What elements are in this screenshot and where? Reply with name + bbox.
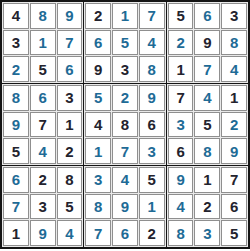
sudoku-cell-r4c1-filled[interactable]: 8 bbox=[3, 85, 29, 111]
sudoku-cell-r2c6-filled[interactable]: 4 bbox=[139, 30, 165, 56]
sudoku-cell-r6c4-filled[interactable]: 1 bbox=[85, 138, 111, 164]
sudoku-cell-r3c5-given[interactable]: 3 bbox=[112, 56, 138, 82]
sudoku-box-4: 863971542 bbox=[2, 84, 83, 165]
sudoku-cell-r2c1-given[interactable]: 3 bbox=[3, 30, 29, 56]
sudoku-box-2: 217654938 bbox=[84, 2, 165, 83]
sudoku-cell-r9c8-filled[interactable]: 3 bbox=[194, 220, 220, 246]
sudoku-cell-r4c5-filled[interactable]: 2 bbox=[112, 85, 138, 111]
sudoku-cell-r2c5-filled[interactable]: 5 bbox=[112, 30, 138, 56]
sudoku-cell-r3c1-filled[interactable]: 2 bbox=[3, 56, 29, 82]
sudoku-cell-r4c6-filled[interactable]: 9 bbox=[139, 85, 165, 111]
sudoku-cell-r9c2-filled[interactable]: 9 bbox=[30, 220, 56, 246]
sudoku-cell-r5c8-given[interactable]: 5 bbox=[194, 112, 220, 138]
sudoku-cell-r1c4-given[interactable]: 2 bbox=[85, 3, 111, 29]
sudoku-cell-r6c9-filled[interactable]: 9 bbox=[221, 138, 247, 164]
sudoku-cell-r1c7-given[interactable]: 5 bbox=[168, 3, 194, 29]
sudoku-cell-r7c6-given[interactable]: 5 bbox=[139, 167, 165, 193]
sudoku-cell-r6c5-filled[interactable]: 7 bbox=[112, 138, 138, 164]
sudoku-cell-r8c2-given[interactable]: 3 bbox=[30, 194, 56, 220]
sudoku-cell-r6c8-filled[interactable]: 8 bbox=[194, 138, 220, 164]
sudoku-cell-r1c8-filled[interactable]: 6 bbox=[194, 3, 220, 29]
sudoku-cell-r5c1-filled[interactable]: 9 bbox=[3, 112, 29, 138]
sudoku-cell-r3c8-filled[interactable]: 7 bbox=[194, 56, 220, 82]
sudoku-cell-r2c4-filled[interactable]: 6 bbox=[85, 30, 111, 56]
sudoku-box-5: 529486173 bbox=[84, 84, 165, 165]
sudoku-cell-r9c6-given[interactable]: 2 bbox=[139, 220, 165, 246]
sudoku-cell-r7c4-filled[interactable]: 3 bbox=[85, 167, 111, 193]
sudoku-cell-r8c4-filled[interactable]: 8 bbox=[85, 194, 111, 220]
sudoku-cell-r4c2-filled[interactable]: 6 bbox=[30, 85, 56, 111]
sudoku-cell-r9c9-given[interactable]: 5 bbox=[221, 220, 247, 246]
sudoku-cell-r2c8-given[interactable]: 9 bbox=[194, 30, 220, 56]
sudoku-cell-r5c5-given[interactable]: 8 bbox=[112, 112, 138, 138]
sudoku-cell-r4c7-given[interactable]: 7 bbox=[168, 85, 194, 111]
sudoku-cell-r5c9-filled[interactable]: 2 bbox=[221, 112, 247, 138]
sudoku-cell-r1c1-given[interactable]: 4 bbox=[3, 3, 29, 29]
sudoku-cell-r8c9-given[interactable]: 6 bbox=[221, 194, 247, 220]
sudoku-board: 489317256 217654938 563298174 863971542 … bbox=[0, 0, 250, 249]
sudoku-cell-r5c4-given[interactable]: 4 bbox=[85, 112, 111, 138]
sudoku-cell-r7c8-given[interactable]: 1 bbox=[194, 167, 220, 193]
sudoku-cell-r2c2-filled[interactable]: 1 bbox=[30, 30, 56, 56]
sudoku-cell-r4c3-given[interactable]: 3 bbox=[57, 85, 83, 111]
sudoku-cell-r2c9-filled[interactable]: 8 bbox=[221, 30, 247, 56]
sudoku-cell-r9c4-filled[interactable]: 7 bbox=[85, 220, 111, 246]
sudoku-cell-r7c7-filled[interactable]: 9 bbox=[168, 167, 194, 193]
sudoku-cell-r3c3-filled[interactable]: 6 bbox=[57, 56, 83, 82]
sudoku-cell-r3c2-given[interactable]: 5 bbox=[30, 56, 56, 82]
sudoku-cell-r5c3-given[interactable]: 1 bbox=[57, 112, 83, 138]
sudoku-cell-r1c5-filled[interactable]: 1 bbox=[112, 3, 138, 29]
sudoku-cell-r8c5-filled[interactable]: 9 bbox=[112, 194, 138, 220]
sudoku-cell-r8c1-filled[interactable]: 7 bbox=[3, 194, 29, 220]
sudoku-box-7: 628735194 bbox=[2, 166, 83, 247]
sudoku-cell-r8c7-filled[interactable]: 4 bbox=[168, 194, 194, 220]
sudoku-cell-r3c6-filled[interactable]: 8 bbox=[139, 56, 165, 82]
sudoku-cell-r6c1-given[interactable]: 5 bbox=[3, 138, 29, 164]
sudoku-cell-r8c6-filled[interactable]: 1 bbox=[139, 194, 165, 220]
sudoku-cell-r4c4-filled[interactable]: 5 bbox=[85, 85, 111, 111]
sudoku-cell-r7c1-filled[interactable]: 6 bbox=[3, 167, 29, 193]
sudoku-cell-r1c2-filled[interactable]: 8 bbox=[30, 3, 56, 29]
sudoku-box-3: 563298174 bbox=[167, 2, 248, 83]
sudoku-cell-r1c6-filled[interactable]: 7 bbox=[139, 3, 165, 29]
sudoku-cell-r3c9-filled[interactable]: 4 bbox=[221, 56, 247, 82]
sudoku-cell-r1c9-given[interactable]: 3 bbox=[221, 3, 247, 29]
sudoku-cell-r9c5-filled[interactable]: 6 bbox=[112, 220, 138, 246]
sudoku-cell-r6c2-filled[interactable]: 4 bbox=[30, 138, 56, 164]
sudoku-cell-r7c3-given[interactable]: 8 bbox=[57, 167, 83, 193]
sudoku-box-9: 917426835 bbox=[167, 166, 248, 247]
sudoku-cell-r7c9-given[interactable]: 7 bbox=[221, 167, 247, 193]
sudoku-cell-r6c7-given[interactable]: 6 bbox=[168, 138, 194, 164]
sudoku-cell-r5c2-given[interactable]: 7 bbox=[30, 112, 56, 138]
sudoku-cell-r2c7-filled[interactable]: 2 bbox=[168, 30, 194, 56]
sudoku-cell-r8c3-given[interactable]: 5 bbox=[57, 194, 83, 220]
sudoku-cell-r4c9-given[interactable]: 1 bbox=[221, 85, 247, 111]
sudoku-cell-r3c7-given[interactable]: 1 bbox=[168, 56, 194, 82]
sudoku-cell-r2c3-filled[interactable]: 7 bbox=[57, 30, 83, 56]
sudoku-box-6: 741352689 bbox=[167, 84, 248, 165]
sudoku-cell-r8c8-given[interactable]: 2 bbox=[194, 194, 220, 220]
sudoku-cell-r4c8-filled[interactable]: 4 bbox=[194, 85, 220, 111]
sudoku-cell-r6c3-given[interactable]: 2 bbox=[57, 138, 83, 164]
sudoku-cell-r6c6-filled[interactable]: 3 bbox=[139, 138, 165, 164]
sudoku-box-1: 489317256 bbox=[2, 2, 83, 83]
sudoku-cell-r7c5-filled[interactable]: 4 bbox=[112, 167, 138, 193]
sudoku-cell-r9c3-filled[interactable]: 4 bbox=[57, 220, 83, 246]
sudoku-cell-r9c7-filled[interactable]: 8 bbox=[168, 220, 194, 246]
sudoku-cell-r1c3-filled[interactable]: 9 bbox=[57, 3, 83, 29]
sudoku-cell-r9c1-given[interactable]: 1 bbox=[3, 220, 29, 246]
sudoku-cell-r3c4-given[interactable]: 9 bbox=[85, 56, 111, 82]
sudoku-box-8: 345891762 bbox=[84, 166, 165, 247]
sudoku-cell-r5c6-given[interactable]: 6 bbox=[139, 112, 165, 138]
sudoku-cell-r7c2-given[interactable]: 2 bbox=[30, 167, 56, 193]
sudoku-cell-r5c7-filled[interactable]: 3 bbox=[168, 112, 194, 138]
